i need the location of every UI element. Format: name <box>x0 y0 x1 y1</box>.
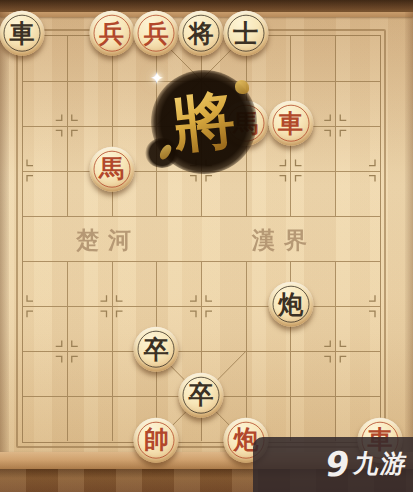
board-cell[interactable] <box>201 306 246 351</box>
board-left-shade <box>0 12 9 458</box>
piece-black-chariot[interactable]: 車 <box>0 11 45 56</box>
piece-character: 車 <box>10 20 35 45</box>
board-cell[interactable] <box>290 351 335 396</box>
board-cell[interactable] <box>23 171 68 216</box>
piece-black-cannon[interactable]: 炮 <box>268 282 313 327</box>
board-cell[interactable] <box>335 81 380 126</box>
board-cell[interactable] <box>201 171 246 216</box>
board-cell[interactable] <box>201 261 246 306</box>
board-cell[interactable] <box>335 306 380 351</box>
board-cell[interactable] <box>290 36 335 81</box>
board-cell[interactable] <box>67 306 112 351</box>
board-cell[interactable] <box>112 81 157 126</box>
piece-character: 卒 <box>189 382 214 407</box>
board-cell[interactable] <box>156 171 201 216</box>
watermark-text: 九游 <box>351 447 410 480</box>
piece-black-soldier[interactable]: 卒 <box>134 327 179 372</box>
board-cell[interactable] <box>156 261 201 306</box>
board-cell[interactable] <box>335 351 380 396</box>
piece-red-soldier[interactable]: 兵 <box>89 11 134 56</box>
piece-red-horse[interactable]: 馬 <box>223 101 268 146</box>
board-cell[interactable] <box>67 81 112 126</box>
piece-black-soldier[interactable]: 卒 <box>179 372 224 417</box>
watermark-logo-icon: 9 <box>324 446 352 482</box>
piece-red-soldier[interactable]: 兵 <box>134 11 179 56</box>
piece-character: 馬 <box>99 156 124 181</box>
piece-character: 帥 <box>144 427 169 452</box>
board-cell[interactable] <box>23 216 68 261</box>
piece-red-chariot[interactable]: 車 <box>268 101 313 146</box>
piece-red-general[interactable]: 帥 <box>134 417 179 462</box>
board-cell[interactable] <box>67 396 112 441</box>
piece-character: 馬 <box>233 111 258 136</box>
board-cell[interactable] <box>335 126 380 171</box>
board-cell[interactable] <box>23 126 68 171</box>
piece-red-horse[interactable]: 馬 <box>89 146 134 191</box>
board-cell[interactable] <box>156 216 201 261</box>
board-cell[interactable] <box>335 261 380 306</box>
piece-character: 将 <box>189 20 214 45</box>
board-cell[interactable] <box>335 36 380 81</box>
river-label-right: 漢界 <box>252 225 316 256</box>
board-cell[interactable] <box>67 351 112 396</box>
board-cell[interactable] <box>67 261 112 306</box>
board-cell[interactable] <box>335 216 380 261</box>
river-label-left: 楚河 <box>76 225 140 256</box>
board-cell[interactable] <box>23 396 68 441</box>
piece-character: 車 <box>278 111 303 136</box>
board-cell[interactable] <box>23 351 68 396</box>
board-cell[interactable] <box>23 81 68 126</box>
piece-character: 兵 <box>99 20 124 45</box>
piece-black-advisor[interactable]: 士 <box>223 11 268 56</box>
table-edge-top <box>0 0 413 12</box>
board-cell[interactable] <box>23 261 68 306</box>
watermark-banner: 9 九游 <box>253 437 413 492</box>
board-cell[interactable] <box>156 126 201 171</box>
piece-character: 炮 <box>278 291 303 316</box>
board-right-shade <box>405 12 413 458</box>
board-cell[interactable] <box>156 81 201 126</box>
board-cell[interactable] <box>246 351 291 396</box>
board-cell[interactable] <box>335 171 380 216</box>
board-cell[interactable] <box>112 261 157 306</box>
board-cell[interactable] <box>290 171 335 216</box>
xiangqi-game-screen: 楚河 漢界 車兵兵将士馬車馬炮卒卒帥炮車 ✦ 將 9 九游 <box>0 0 413 492</box>
piece-character: 卒 <box>144 337 169 362</box>
piece-character: 兵 <box>144 20 169 45</box>
piece-character: 士 <box>233 20 258 45</box>
board-cell[interactable] <box>246 171 291 216</box>
board-cell[interactable] <box>23 306 68 351</box>
board-cell[interactable] <box>290 396 335 441</box>
piece-black-general[interactable]: 将 <box>179 11 224 56</box>
board-cell[interactable] <box>201 216 246 261</box>
